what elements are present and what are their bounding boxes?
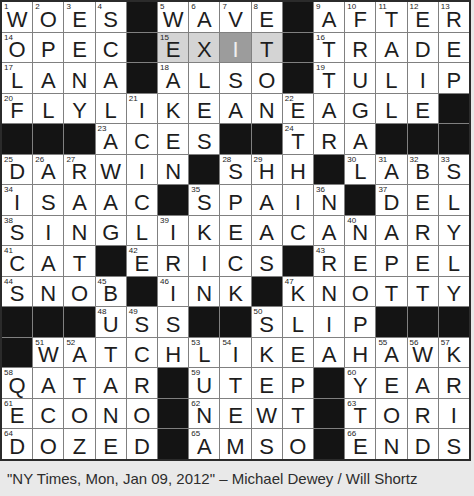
cell-r13c13[interactable]: E: [376, 368, 406, 398]
cell-r2c6[interactable]: 15E: [158, 33, 188, 63]
cell-r10c6[interactable]: 46I: [158, 277, 188, 307]
cell-r12c15[interactable]: 57K: [439, 338, 469, 368]
cell-r4c11[interactable]: A: [314, 94, 344, 124]
cell-r1c6[interactable]: 5W: [158, 2, 188, 32]
cell-r9c1[interactable]: 41C: [2, 246, 32, 276]
letter-r8c1: S: [2, 222, 32, 244]
cell-r12c9[interactable]: K: [252, 338, 282, 368]
cell-r15c10[interactable]: O: [283, 429, 313, 459]
letter-r6c4: W: [96, 161, 126, 183]
cell-r3c9[interactable]: O: [252, 63, 282, 93]
cell-r13c5[interactable]: R: [127, 368, 157, 398]
letter-r7c13: D: [376, 192, 406, 214]
cell-r14c7[interactable]: 62N: [189, 399, 219, 429]
black-cell-r2c5: [127, 33, 157, 63]
cell-r15c9[interactable]: S: [252, 429, 282, 459]
cell-r8c3[interactable]: N: [64, 216, 94, 246]
letter-r11c11: I: [314, 314, 344, 336]
cell-r7c13[interactable]: 37D: [376, 185, 406, 215]
letter-r13c8: T: [220, 375, 250, 397]
cell-r5c4[interactable]: 23A: [96, 124, 126, 154]
cell-r3c12[interactable]: U: [345, 63, 375, 93]
letter-r10c4: B: [96, 283, 126, 305]
cell-r12c10[interactable]: E: [283, 338, 313, 368]
cell-r3c11[interactable]: 19T: [314, 63, 344, 93]
letter-r4c10: E: [283, 100, 313, 122]
letter-r10c6: I: [158, 283, 188, 305]
letter-r3c6: A: [158, 70, 188, 92]
letter-r8c2: I: [33, 222, 63, 244]
cell-r14c13[interactable]: O: [376, 399, 406, 429]
letter-r15c13: N: [376, 436, 406, 458]
letter-r11c9: S: [252, 314, 282, 336]
cell-r7c1[interactable]: 34I: [2, 185, 32, 215]
cell-r8c2[interactable]: I: [33, 216, 63, 246]
cell-r9c5[interactable]: 42E: [127, 246, 157, 276]
cell-r6c3[interactable]: 27R: [64, 155, 94, 185]
letter-r8c3: N: [64, 222, 94, 244]
cell-r11c10[interactable]: L: [283, 307, 313, 337]
black-cell-r5c1: [2, 124, 32, 154]
cell-r15c12[interactable]: 66E: [345, 429, 375, 459]
cell-r1c12[interactable]: 10F: [345, 2, 375, 32]
letter-r14c13: O: [376, 405, 406, 427]
black-cell-r12c1: [2, 338, 32, 368]
cell-r13c2[interactable]: A: [33, 368, 63, 398]
cell-r6c6[interactable]: N: [158, 155, 188, 185]
cell-r6c14[interactable]: 32B: [408, 155, 438, 185]
letter-r9c1: C: [2, 253, 32, 275]
letter-r2c4: C: [96, 39, 126, 61]
letter-r1c11: A: [314, 9, 344, 31]
cell-r2c9[interactable]: T: [252, 33, 282, 63]
cell-r10c14[interactable]: T: [408, 277, 438, 307]
cell-r8c10[interactable]: C: [283, 216, 313, 246]
cell-r10c4[interactable]: 45B: [96, 277, 126, 307]
cell-r8c1[interactable]: 38S: [2, 216, 32, 246]
letter-r4c1: F: [2, 100, 32, 122]
letter-r12c3: A: [64, 344, 94, 366]
cell-r6c13[interactable]: 31A: [376, 155, 406, 185]
cell-r13c9[interactable]: E: [252, 368, 282, 398]
letter-r1c6: W: [158, 9, 188, 31]
cell-r3c3[interactable]: N: [64, 63, 94, 93]
cell-r7c4[interactable]: A: [96, 185, 126, 215]
letter-r8c13: A: [376, 222, 406, 244]
cell-r11c9[interactable]: 50S: [252, 307, 282, 337]
cell-r15c1[interactable]: 64D: [2, 429, 32, 459]
cell-r10c10[interactable]: 47K: [283, 277, 313, 307]
letter-r14c7: N: [189, 405, 219, 427]
cell-r1c4[interactable]: 4S: [96, 2, 126, 32]
letter-r2c1: O: [2, 39, 32, 61]
letter-r4c13: L: [376, 100, 406, 122]
cell-r6c2[interactable]: 26A: [33, 155, 63, 185]
cell-r1c11[interactable]: 9A: [314, 2, 344, 32]
cell-r6c1[interactable]: 25D: [2, 155, 32, 185]
black-cell-r13c6: [158, 368, 188, 398]
black-cell-r11c8: [220, 307, 250, 337]
cell-r6c5[interactable]: I: [127, 155, 157, 185]
letter-r11c5: S: [127, 314, 157, 336]
cell-r15c4[interactable]: E: [96, 429, 126, 459]
cell-r15c13[interactable]: N: [376, 429, 406, 459]
cell-r2c1[interactable]: 14O: [2, 33, 32, 63]
cell-r13c12[interactable]: 60Y: [345, 368, 375, 398]
letter-r12c2: W: [33, 344, 63, 366]
cell-r3c15[interactable]: P: [439, 63, 469, 93]
cell-r1c3[interactable]: 3E: [64, 2, 94, 32]
cell-r1c2[interactable]: 2O: [33, 2, 63, 32]
black-cell-r4c15: [439, 94, 469, 124]
cell-r9c7[interactable]: I: [189, 246, 219, 276]
black-cell-r11c13: [376, 307, 406, 337]
cell-r13c4[interactable]: A: [96, 368, 126, 398]
cell-r8c12[interactable]: 40N: [345, 216, 375, 246]
cell-r5c12[interactable]: A: [345, 124, 375, 154]
letter-r5c11: R: [314, 131, 344, 153]
letter-r9c12: E: [345, 253, 375, 275]
cell-r12c4[interactable]: T: [96, 338, 126, 368]
black-cell-r9c10: [283, 246, 313, 276]
black-cell-r5c15: [439, 124, 469, 154]
letter-r3c3: N: [64, 70, 94, 92]
cell-r9c6[interactable]: R: [158, 246, 188, 276]
cell-r9c12[interactable]: E: [345, 246, 375, 276]
cell-r12c8[interactable]: 54I: [220, 338, 250, 368]
cell-r14c3[interactable]: O: [64, 399, 94, 429]
letter-r2c12: R: [345, 39, 375, 61]
letter-r5c5: C: [127, 131, 157, 153]
cell-r1c13[interactable]: 11T: [376, 2, 406, 32]
black-cell-r5c3: [64, 124, 94, 154]
cell-r12c14[interactable]: 56W: [408, 338, 438, 368]
letter-r1c9: E: [252, 9, 282, 31]
cell-r4c10[interactable]: 22E: [283, 94, 313, 124]
cell-r4c5[interactable]: 21I: [127, 94, 157, 124]
cell-r9c13[interactable]: P: [376, 246, 406, 276]
cell-r12c2[interactable]: 51W: [33, 338, 63, 368]
black-cell-r5c2: [33, 124, 63, 154]
letter-r3c13: L: [376, 70, 406, 92]
cell-r1c15[interactable]: 13R: [439, 2, 469, 32]
letter-r1c4: S: [96, 9, 126, 31]
cell-r3c8[interactable]: S: [220, 63, 250, 93]
letter-r15c12: E: [345, 436, 375, 458]
letter-r13c15: R: [439, 375, 469, 397]
cell-r5c11[interactable]: R: [314, 124, 344, 154]
cell-r13c14[interactable]: A: [408, 368, 438, 398]
cell-r7c7[interactable]: 35S: [189, 185, 219, 215]
cell-r11c5[interactable]: 49S: [127, 307, 157, 337]
letter-r7c7: S: [189, 192, 219, 214]
cell-r9c3[interactable]: T: [64, 246, 94, 276]
cell-r9c14[interactable]: E: [408, 246, 438, 276]
cell-r8c6[interactable]: 39I: [158, 216, 188, 246]
cell-r7c15[interactable]: L: [439, 185, 469, 215]
letter-r6c8: S: [220, 161, 250, 183]
cell-r5c10[interactable]: 24T: [283, 124, 313, 154]
letter-r7c4: A: [96, 192, 126, 214]
cell-r6c9[interactable]: 29H: [252, 155, 282, 185]
letter-r7c15: L: [439, 192, 469, 214]
cell-r7c11[interactable]: 36N: [314, 185, 344, 215]
cell-r7c14[interactable]: E: [408, 185, 438, 215]
black-cell-r11c14: [408, 307, 438, 337]
black-cell-r7c6: [158, 185, 188, 215]
cell-r8c4[interactable]: G: [96, 216, 126, 246]
cell-r6c10[interactable]: H: [283, 155, 313, 185]
cell-r3c2[interactable]: A: [33, 63, 63, 93]
letter-r8c5: L: [127, 222, 157, 244]
cell-r7c8[interactable]: P: [220, 185, 250, 215]
cell-r10c7[interactable]: N: [189, 277, 219, 307]
black-cell-r9c4: [96, 246, 126, 276]
letter-r2c7: X: [189, 39, 219, 61]
cell-r8c14[interactable]: R: [408, 216, 438, 246]
cell-r11c12[interactable]: P: [345, 307, 375, 337]
cell-r10c8[interactable]: K: [220, 277, 250, 307]
cell-r2c14[interactable]: D: [408, 33, 438, 63]
crossword-app: 1W2O3E4S5W6A7V8E9A10F11T12E13R14OPEC15EX…: [0, 0, 474, 496]
letter-r6c2: A: [33, 161, 63, 183]
letter-r5c10: T: [283, 131, 313, 153]
cell-r10c11[interactable]: N: [314, 277, 344, 307]
cell-r1c1[interactable]: 1W: [2, 2, 32, 32]
cell-r4c12[interactable]: G: [345, 94, 375, 124]
cell-r14c14[interactable]: R: [408, 399, 438, 429]
cell-r14c9[interactable]: W: [252, 399, 282, 429]
cell-r5c7[interactable]: S: [189, 124, 219, 154]
cell-r14c2[interactable]: C: [33, 399, 63, 429]
cell-r3c7[interactable]: L: [189, 63, 219, 93]
cell-r7c3[interactable]: A: [64, 185, 94, 215]
letter-r7c11: N: [314, 192, 344, 214]
cell-r5c5[interactable]: C: [127, 124, 157, 154]
cell-r11c4[interactable]: 48U: [96, 307, 126, 337]
cell-r8c7[interactable]: K: [189, 216, 219, 246]
cell-r14c12[interactable]: 63T: [345, 399, 375, 429]
letter-r15c15: S: [439, 436, 469, 458]
cell-r4c3[interactable]: Y: [64, 94, 94, 124]
cell-r2c15[interactable]: E: [439, 33, 469, 63]
cell-r12c12[interactable]: H: [345, 338, 375, 368]
cell-r8c15[interactable]: Y: [439, 216, 469, 246]
letter-r11c4: U: [96, 314, 126, 336]
cell-r2c2[interactable]: P: [33, 33, 63, 63]
letter-r10c3: O: [64, 283, 94, 305]
letter-r3c11: T: [314, 70, 344, 92]
cell-r4c2[interactable]: L: [33, 94, 63, 124]
cell-r14c4[interactable]: N: [96, 399, 126, 429]
cell-r13c15[interactable]: R: [439, 368, 469, 398]
letter-r12c10: E: [283, 344, 313, 366]
letter-r2c15: E: [439, 39, 469, 61]
letter-r12c4: T: [96, 344, 126, 366]
black-cell-r10c9: [252, 277, 282, 307]
cell-r4c4[interactable]: L: [96, 94, 126, 124]
cell-r7c9[interactable]: A: [252, 185, 282, 215]
cell-r8c5[interactable]: L: [127, 216, 157, 246]
letter-r13c13: E: [376, 375, 406, 397]
cell-r3c14[interactable]: I: [408, 63, 438, 93]
letter-r10c1: S: [2, 283, 32, 305]
letter-r15c8: M: [220, 436, 250, 458]
letter-r8c6: I: [158, 222, 188, 244]
letter-r3c12: U: [345, 70, 375, 92]
letter-r13c2: A: [33, 375, 63, 397]
cell-r13c10[interactable]: P: [283, 368, 313, 398]
cell-r1c8[interactable]: 7V: [220, 2, 250, 32]
cell-r4c6[interactable]: K: [158, 94, 188, 124]
cell-r15c8[interactable]: M: [220, 429, 250, 459]
cell-r2c7[interactable]: X: [189, 33, 219, 63]
cell-r1c9[interactable]: 8E: [252, 2, 282, 32]
cell-r15c2[interactable]: O: [33, 429, 63, 459]
cell-r14c5[interactable]: O: [127, 399, 157, 429]
cell-r12c6[interactable]: H: [158, 338, 188, 368]
cell-r15c5[interactable]: D: [127, 429, 157, 459]
cell-r11c6[interactable]: S: [158, 307, 188, 337]
letter-r10c13: T: [376, 283, 406, 305]
cell-r9c2[interactable]: A: [33, 246, 63, 276]
black-cell-r10c5: [127, 277, 157, 307]
letter-r9c8: C: [220, 253, 250, 275]
cell-r10c3[interactable]: O: [64, 277, 94, 307]
cell-r9c8[interactable]: C: [220, 246, 250, 276]
cell-r4c9[interactable]: N: [252, 94, 282, 124]
cell-r3c13[interactable]: L: [376, 63, 406, 93]
cell-r14c10[interactable]: T: [283, 399, 313, 429]
letter-r3c8: S: [220, 70, 250, 92]
letter-r12c7: L: [189, 344, 219, 366]
cell-r10c15[interactable]: Y: [439, 277, 469, 307]
cell-r4c1[interactable]: 20F: [2, 94, 32, 124]
cell-r4c14[interactable]: E: [408, 94, 438, 124]
cell-r4c13[interactable]: L: [376, 94, 406, 124]
letter-r2c2: P: [33, 39, 63, 61]
cell-r2c4[interactable]: C: [96, 33, 126, 63]
letter-r13c9: E: [252, 375, 282, 397]
cell-r7c10[interactable]: I: [283, 185, 313, 215]
black-cell-r2c10: [283, 33, 313, 63]
cell-r13c8[interactable]: T: [220, 368, 250, 398]
cell-r13c7[interactable]: 59U: [189, 368, 219, 398]
letter-r12c14: W: [408, 344, 438, 366]
cell-r6c4[interactable]: W: [96, 155, 126, 185]
cell-r4c7[interactable]: E: [189, 94, 219, 124]
cell-r10c12[interactable]: O: [345, 277, 375, 307]
letter-r15c14: D: [408, 436, 438, 458]
letter-r5c7: S: [189, 131, 219, 153]
letter-r6c6: N: [158, 161, 188, 183]
cell-r1c14[interactable]: 12E: [408, 2, 438, 32]
cell-r11c11[interactable]: I: [314, 307, 344, 337]
letter-r15c10: O: [283, 436, 313, 458]
cell-r2c3[interactable]: E: [64, 33, 94, 63]
letter-r2c8: I: [220, 39, 250, 61]
cell-r15c15[interactable]: S: [439, 429, 469, 459]
cell-r12c7[interactable]: 53L: [189, 338, 219, 368]
black-cell-r5c14: [408, 124, 438, 154]
cell-r15c3[interactable]: Z: [64, 429, 94, 459]
cell-r6c15[interactable]: 33S: [439, 155, 469, 185]
cell-r9c9[interactable]: S: [252, 246, 282, 276]
letter-r11c10: L: [283, 314, 313, 336]
cell-r12c11[interactable]: A: [314, 338, 344, 368]
letter-r13c5: R: [127, 375, 157, 397]
cell-r14c1[interactable]: 61E: [2, 399, 32, 429]
cell-r9c11[interactable]: 43R: [314, 246, 344, 276]
letter-r13c4: A: [96, 375, 126, 397]
letter-r13c7: U: [189, 375, 219, 397]
cell-r14c15[interactable]: I: [439, 399, 469, 429]
cell-r6c12[interactable]: 30L: [345, 155, 375, 185]
cell-r2c13[interactable]: A: [376, 33, 406, 63]
cell-r3c4[interactable]: A: [96, 63, 126, 93]
letter-r8c8: E: [220, 222, 250, 244]
cell-r10c1[interactable]: 44S: [2, 277, 32, 307]
cell-r1c7[interactable]: 6A: [189, 2, 219, 32]
cell-r10c2[interactable]: N: [33, 277, 63, 307]
letter-r10c10: K: [283, 283, 313, 305]
crossword-board: 1W2O3E4S5W6A7V8E9A10F11T12E13R14OPEC15EX…: [0, 0, 471, 461]
cell-r13c3[interactable]: T: [64, 368, 94, 398]
cell-r2c8[interactable]: I: [220, 33, 250, 63]
cell-r2c11[interactable]: 16T: [314, 33, 344, 63]
letter-r3c2: A: [33, 70, 63, 92]
letter-r3c4: A: [96, 70, 126, 92]
cell-r15c14[interactable]: D: [408, 429, 438, 459]
letter-r1c3: E: [64, 9, 94, 31]
letter-r7c8: P: [220, 192, 250, 214]
cell-r6c8[interactable]: 28S: [220, 155, 250, 185]
cell-r12c3[interactable]: 52A: [64, 338, 94, 368]
letter-r10c7: N: [189, 283, 219, 305]
cell-r13c1[interactable]: 58Q: [2, 368, 32, 398]
letter-r12c8: I: [220, 344, 250, 366]
black-cell-r7c12: [345, 185, 375, 215]
black-cell-r14c11: [314, 399, 344, 429]
black-cell-r14c6: [158, 399, 188, 429]
cell-r3c6[interactable]: 18A: [158, 63, 188, 93]
letter-r14c2: C: [33, 405, 63, 427]
cell-r7c5[interactable]: C: [127, 185, 157, 215]
cell-r2c12[interactable]: R: [345, 33, 375, 63]
cell-r10c13[interactable]: T: [376, 277, 406, 307]
letter-r6c10: H: [283, 161, 313, 183]
cell-r8c13[interactable]: A: [376, 216, 406, 246]
letter-r5c6: E: [158, 131, 188, 153]
letter-r7c14: E: [408, 192, 438, 214]
cell-r9c15[interactable]: L: [439, 246, 469, 276]
cell-r8c8[interactable]: E: [220, 216, 250, 246]
black-cell-r11c2: [33, 307, 63, 337]
cell-r7c2[interactable]: S: [33, 185, 63, 215]
cell-r14c8[interactable]: E: [220, 399, 250, 429]
cell-r5c6[interactable]: E: [158, 124, 188, 154]
cell-r8c11[interactable]: A: [314, 216, 344, 246]
cell-r12c13[interactable]: 55A: [376, 338, 406, 368]
cell-r3c1[interactable]: 17L: [2, 63, 32, 93]
black-cell-r3c5: [127, 63, 157, 93]
letter-r4c4: L: [96, 100, 126, 122]
cell-r12c5[interactable]: C: [127, 338, 157, 368]
cell-r8c9[interactable]: A: [252, 216, 282, 246]
cell-r4c8[interactable]: A: [220, 94, 250, 124]
cell-r15c7[interactable]: 65A: [189, 429, 219, 459]
letter-r9c15: L: [439, 253, 469, 275]
